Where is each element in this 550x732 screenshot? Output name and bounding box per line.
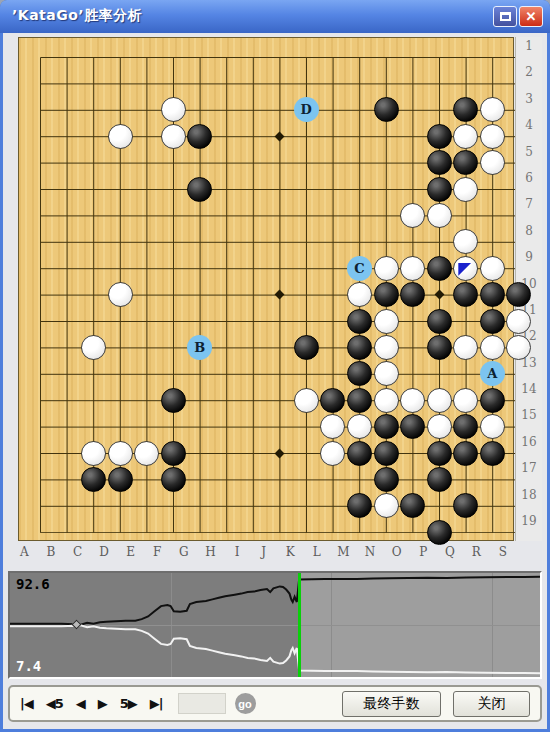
close-icon: ✕ [526, 9, 537, 24]
row-label: 7 [516, 197, 542, 223]
black-stone[interactable] [427, 256, 452, 281]
white-stone[interactable] [81, 441, 106, 466]
black-stone[interactable] [81, 467, 106, 492]
row-label: 6 [516, 171, 542, 197]
column-label: R [463, 545, 490, 563]
white-stone[interactable] [506, 309, 531, 334]
white-stone[interactable] [294, 388, 319, 413]
winrate-graph-panel[interactable]: 92.6 7.4 [8, 571, 542, 679]
column-label: P [410, 545, 437, 563]
column-label: K [277, 545, 304, 563]
row-label: 14 [516, 382, 542, 408]
row-label: 8 [516, 224, 542, 250]
white-winrate-value: 7.4 [16, 658, 41, 674]
column-label: C [64, 545, 91, 563]
black-stone[interactable] [453, 441, 478, 466]
white-stone[interactable] [427, 388, 452, 413]
nav-forward-5-button[interactable]: 5▶ [120, 696, 137, 711]
nav-first-button[interactable]: |◀ [20, 696, 33, 711]
winrate-curves [10, 573, 540, 677]
black-stone[interactable] [161, 388, 186, 413]
black-stone[interactable] [374, 467, 399, 492]
white-stone[interactable] [347, 282, 372, 307]
row-label: 19 [516, 514, 542, 540]
column-label: S [490, 545, 517, 563]
column-label: Q [437, 545, 464, 563]
black-stone[interactable] [320, 388, 345, 413]
column-label: O [383, 545, 410, 563]
window-title: ’KataGo’胜率分析 [12, 7, 142, 25]
white-stone[interactable] [374, 388, 399, 413]
title-bar: ’KataGo’胜率分析 ✕ [0, 0, 550, 33]
white-stone[interactable] [480, 150, 505, 175]
katago-analysis-window: ’KataGo’胜率分析 ✕ ABCD 12345678910111213141… [0, 0, 550, 732]
nav-back-5-button[interactable]: ◀5 [46, 696, 63, 711]
black-stone[interactable] [480, 282, 505, 307]
column-label: L [304, 545, 331, 563]
black-stone[interactable] [347, 335, 372, 360]
black-stone[interactable] [294, 335, 319, 360]
white-stone[interactable] [161, 124, 186, 149]
white-stone[interactable] [453, 388, 478, 413]
black-stone[interactable] [427, 309, 452, 334]
column-label: E [117, 545, 144, 563]
row-label: 5 [516, 145, 542, 171]
white-stone[interactable] [427, 414, 452, 439]
row-label: 3 [516, 92, 542, 118]
white-stone[interactable] [374, 361, 399, 386]
black-stone[interactable] [427, 335, 452, 360]
column-label: J [250, 545, 277, 563]
row-label: 9 [516, 250, 542, 276]
white-stone[interactable] [81, 335, 106, 360]
row-label: 15 [516, 408, 542, 434]
column-label: F [144, 545, 171, 563]
white-stone[interactable] [134, 441, 159, 466]
column-label: G [171, 545, 198, 563]
white-stone[interactable] [320, 441, 345, 466]
board-grid[interactable]: ABCD [27, 44, 532, 545]
row-label: 2 [516, 65, 542, 91]
column-label: I [224, 545, 251, 563]
white-stone[interactable] [480, 414, 505, 439]
navigation-toolbar: |◀◀5◀▶5▶▶| go 最终手数 关闭 [8, 685, 542, 722]
white-stone[interactable] [108, 282, 133, 307]
move-number-input[interactable] [178, 693, 226, 714]
black-stone[interactable] [347, 388, 372, 413]
black-stone[interactable] [427, 520, 452, 545]
maximize-icon [500, 12, 511, 21]
column-label: D [91, 545, 118, 563]
column-label: A [11, 545, 38, 563]
black-stone[interactable] [480, 388, 505, 413]
white-stone[interactable] [347, 414, 372, 439]
black-stone[interactable] [427, 124, 452, 149]
white-stone[interactable] [108, 124, 133, 149]
column-label: N [357, 545, 384, 563]
black-stone[interactable] [427, 177, 452, 202]
white-stone[interactable] [480, 256, 505, 281]
close-button[interactable]: ✕ [519, 6, 543, 27]
window-content: ABCD 12345678910111213141516171819 ABCDE… [3, 33, 547, 729]
white-stone[interactable] [400, 256, 425, 281]
black-winrate-value: 92.6 [16, 576, 50, 592]
black-stone[interactable] [347, 441, 372, 466]
nav-last-button[interactable]: ▶| [150, 696, 163, 711]
nav-forward-1-button[interactable]: ▶ [98, 696, 107, 711]
column-label: H [197, 545, 224, 563]
close-dialog-button[interactable]: 关闭 [453, 691, 530, 717]
white-stone[interactable] [427, 203, 452, 228]
black-stone[interactable] [374, 414, 399, 439]
white-stone[interactable] [400, 203, 425, 228]
black-stone[interactable] [374, 97, 399, 122]
black-stone[interactable] [427, 150, 452, 175]
current-move-line[interactable] [298, 573, 301, 677]
black-stone[interactable] [374, 441, 399, 466]
black-stone[interactable] [480, 309, 505, 334]
white-stone[interactable] [480, 124, 505, 149]
column-label: M [330, 545, 357, 563]
candidate-move-label-c[interactable]: C [347, 256, 372, 281]
row-label: 16 [516, 435, 542, 461]
white-stone[interactable] [374, 309, 399, 334]
black-stone[interactable] [187, 177, 212, 202]
white-stone[interactable] [453, 124, 478, 149]
row-label: 1 [516, 39, 542, 65]
black-stone[interactable] [108, 467, 133, 492]
maximize-button[interactable] [493, 6, 517, 27]
white-stone[interactable] [453, 177, 478, 202]
column-label: B [38, 545, 65, 563]
black-stone[interactable] [480, 441, 505, 466]
row-label: 18 [516, 488, 542, 514]
white-stone[interactable] [108, 441, 133, 466]
white-stone[interactable] [400, 388, 425, 413]
black-stone[interactable] [161, 441, 186, 466]
column-coordinates: ABCDEFGHIJKLMNOPQRS [11, 545, 516, 563]
black-stone[interactable] [427, 441, 452, 466]
winrate-graph[interactable]: 92.6 7.4 [10, 573, 540, 677]
go-button[interactable]: go [235, 693, 256, 714]
go-board[interactable]: ABCD [18, 37, 514, 541]
white-stone[interactable] [374, 335, 399, 360]
row-label: 17 [516, 461, 542, 487]
black-stone[interactable] [161, 467, 186, 492]
black-stone[interactable] [347, 309, 372, 334]
white-stone[interactable] [374, 256, 399, 281]
row-label: 4 [516, 118, 542, 144]
nav-back-1-button[interactable]: ◀ [76, 696, 85, 711]
white-stone[interactable] [374, 493, 399, 518]
white-stone[interactable] [480, 335, 505, 360]
black-stone[interactable] [374, 282, 399, 307]
black-stone[interactable] [427, 467, 452, 492]
final-move-button[interactable]: 最终手数 [342, 691, 441, 717]
